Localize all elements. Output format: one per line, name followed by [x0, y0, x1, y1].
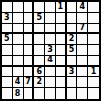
- sudoku-cell-r4c6[interactable]: [56, 34, 67, 45]
- sudoku-cell-r5c7[interactable]: 5: [67, 45, 78, 56]
- sudoku-cell-r1c4[interactable]: [34, 2, 45, 13]
- sudoku-cell-r6c8[interactable]: [77, 56, 88, 67]
- sudoku-cell-r4c8[interactable]: [77, 34, 88, 45]
- sudoku-cell-r4c7[interactable]: 2: [67, 34, 78, 45]
- sudoku-cell-r6c1[interactable]: [2, 56, 13, 67]
- sudoku-cell-r9c5[interactable]: [45, 88, 56, 99]
- sudoku-cell-r1c5[interactable]: [45, 2, 56, 13]
- sudoku-cell-r4c4[interactable]: [34, 34, 45, 45]
- sudoku-cell-r1c6[interactable]: 1: [56, 2, 67, 13]
- sudoku-cell-r9c1[interactable]: [2, 88, 13, 99]
- sudoku-cell-r8c5[interactable]: [45, 77, 56, 88]
- sudoku-cell-r7c7[interactable]: 3: [67, 67, 78, 78]
- sudoku-cell-r9c2[interactable]: 8: [13, 88, 24, 99]
- sudoku-cell-r2c3[interactable]: [24, 13, 35, 24]
- sudoku-cell-r3c6[interactable]: [56, 24, 67, 35]
- sudoku-cell-r2c8[interactable]: [77, 13, 88, 24]
- sudoku-cell-r9c3[interactable]: [24, 88, 35, 99]
- sudoku-cell-r6c2[interactable]: [13, 56, 24, 67]
- sudoku-cell-r4c2[interactable]: [13, 34, 24, 45]
- sudoku-cell-r8c4[interactable]: 2: [34, 77, 45, 88]
- sudoku-cell-r5c6[interactable]: [56, 45, 67, 56]
- sudoku-board: 14357523546314728: [0, 0, 101, 101]
- sudoku-cell-r9c7[interactable]: [67, 88, 78, 99]
- sudoku-cell-r7c1[interactable]: [2, 67, 13, 78]
- sudoku-cell-r5c3[interactable]: [24, 45, 35, 56]
- sudoku-cell-r1c1[interactable]: [2, 2, 13, 13]
- sudoku-cell-r9c4[interactable]: [34, 88, 45, 99]
- sudoku-cell-r3c9[interactable]: [88, 24, 99, 35]
- sudoku-cell-r6c3[interactable]: [24, 56, 35, 67]
- sudoku-cell-r7c2[interactable]: [13, 67, 24, 78]
- sudoku-cell-r2c4[interactable]: 5: [34, 13, 45, 24]
- sudoku-cell-r8c7[interactable]: [67, 77, 78, 88]
- sudoku-cell-r5c1[interactable]: [2, 45, 13, 56]
- sudoku-cell-r9c8[interactable]: [77, 88, 88, 99]
- sudoku-cell-r3c8[interactable]: 7: [77, 24, 88, 35]
- sudoku-cell-r1c9[interactable]: [88, 2, 99, 13]
- sudoku-cell-r8c2[interactable]: 4: [13, 77, 24, 88]
- sudoku-cell-r3c2[interactable]: [13, 24, 24, 35]
- sudoku-cell-r1c8[interactable]: 4: [77, 2, 88, 13]
- sudoku-cell-r4c9[interactable]: [88, 34, 99, 45]
- sudoku-cell-r5c4[interactable]: [34, 45, 45, 56]
- sudoku-cell-r3c3[interactable]: [24, 24, 35, 35]
- sudoku-cell-r5c8[interactable]: [77, 45, 88, 56]
- sudoku-cell-r7c9[interactable]: 1: [88, 67, 99, 78]
- sudoku-cell-r6c5[interactable]: 4: [45, 56, 56, 67]
- sudoku-cell-r4c5[interactable]: [45, 34, 56, 45]
- sudoku-cell-r3c1[interactable]: [2, 24, 13, 35]
- sudoku-cell-r7c4[interactable]: 6: [34, 67, 45, 78]
- sudoku-cell-r6c4[interactable]: [34, 56, 45, 67]
- sudoku-cell-r8c3[interactable]: 7: [24, 77, 35, 88]
- sudoku-cell-r4c1[interactable]: 5: [2, 34, 13, 45]
- sudoku-cell-r2c1[interactable]: 3: [2, 13, 13, 24]
- sudoku-cell-r9c9[interactable]: [88, 88, 99, 99]
- sudoku-cell-r4c3[interactable]: [24, 34, 35, 45]
- sudoku-cell-r2c7[interactable]: [67, 13, 78, 24]
- sudoku-cell-r2c9[interactable]: [88, 13, 99, 24]
- sudoku-cell-r1c3[interactable]: [24, 2, 35, 13]
- sudoku-cell-r9c6[interactable]: [56, 88, 67, 99]
- sudoku-cell-r2c6[interactable]: [56, 13, 67, 24]
- sudoku-cell-r3c7[interactable]: [67, 24, 78, 35]
- sudoku-cell-r3c4[interactable]: [34, 24, 45, 35]
- sudoku-cell-r1c7[interactable]: [67, 2, 78, 13]
- sudoku-cell-r2c2[interactable]: [13, 13, 24, 24]
- sudoku-cell-r8c8[interactable]: [77, 77, 88, 88]
- sudoku-cell-r8c9[interactable]: [88, 77, 99, 88]
- sudoku-cell-r7c8[interactable]: [77, 67, 88, 78]
- sudoku-cell-r3c5[interactable]: [45, 24, 56, 35]
- sudoku-cell-r8c6[interactable]: [56, 77, 67, 88]
- sudoku-cell-r6c9[interactable]: [88, 56, 99, 67]
- sudoku-cell-r6c7[interactable]: [67, 56, 78, 67]
- sudoku-cell-r1c2[interactable]: [13, 2, 24, 13]
- sudoku-cell-r5c5[interactable]: 3: [45, 45, 56, 56]
- sudoku-cell-r7c3[interactable]: [24, 67, 35, 78]
- sudoku-cell-r2c5[interactable]: [45, 13, 56, 24]
- sudoku-cell-r8c1[interactable]: [2, 77, 13, 88]
- sudoku-cell-r5c2[interactable]: [13, 45, 24, 56]
- sudoku-cell-r7c6[interactable]: [56, 67, 67, 78]
- sudoku-cell-r6c6[interactable]: [56, 56, 67, 67]
- sudoku-cell-r7c5[interactable]: [45, 67, 56, 78]
- sudoku-cell-r5c9[interactable]: [88, 45, 99, 56]
